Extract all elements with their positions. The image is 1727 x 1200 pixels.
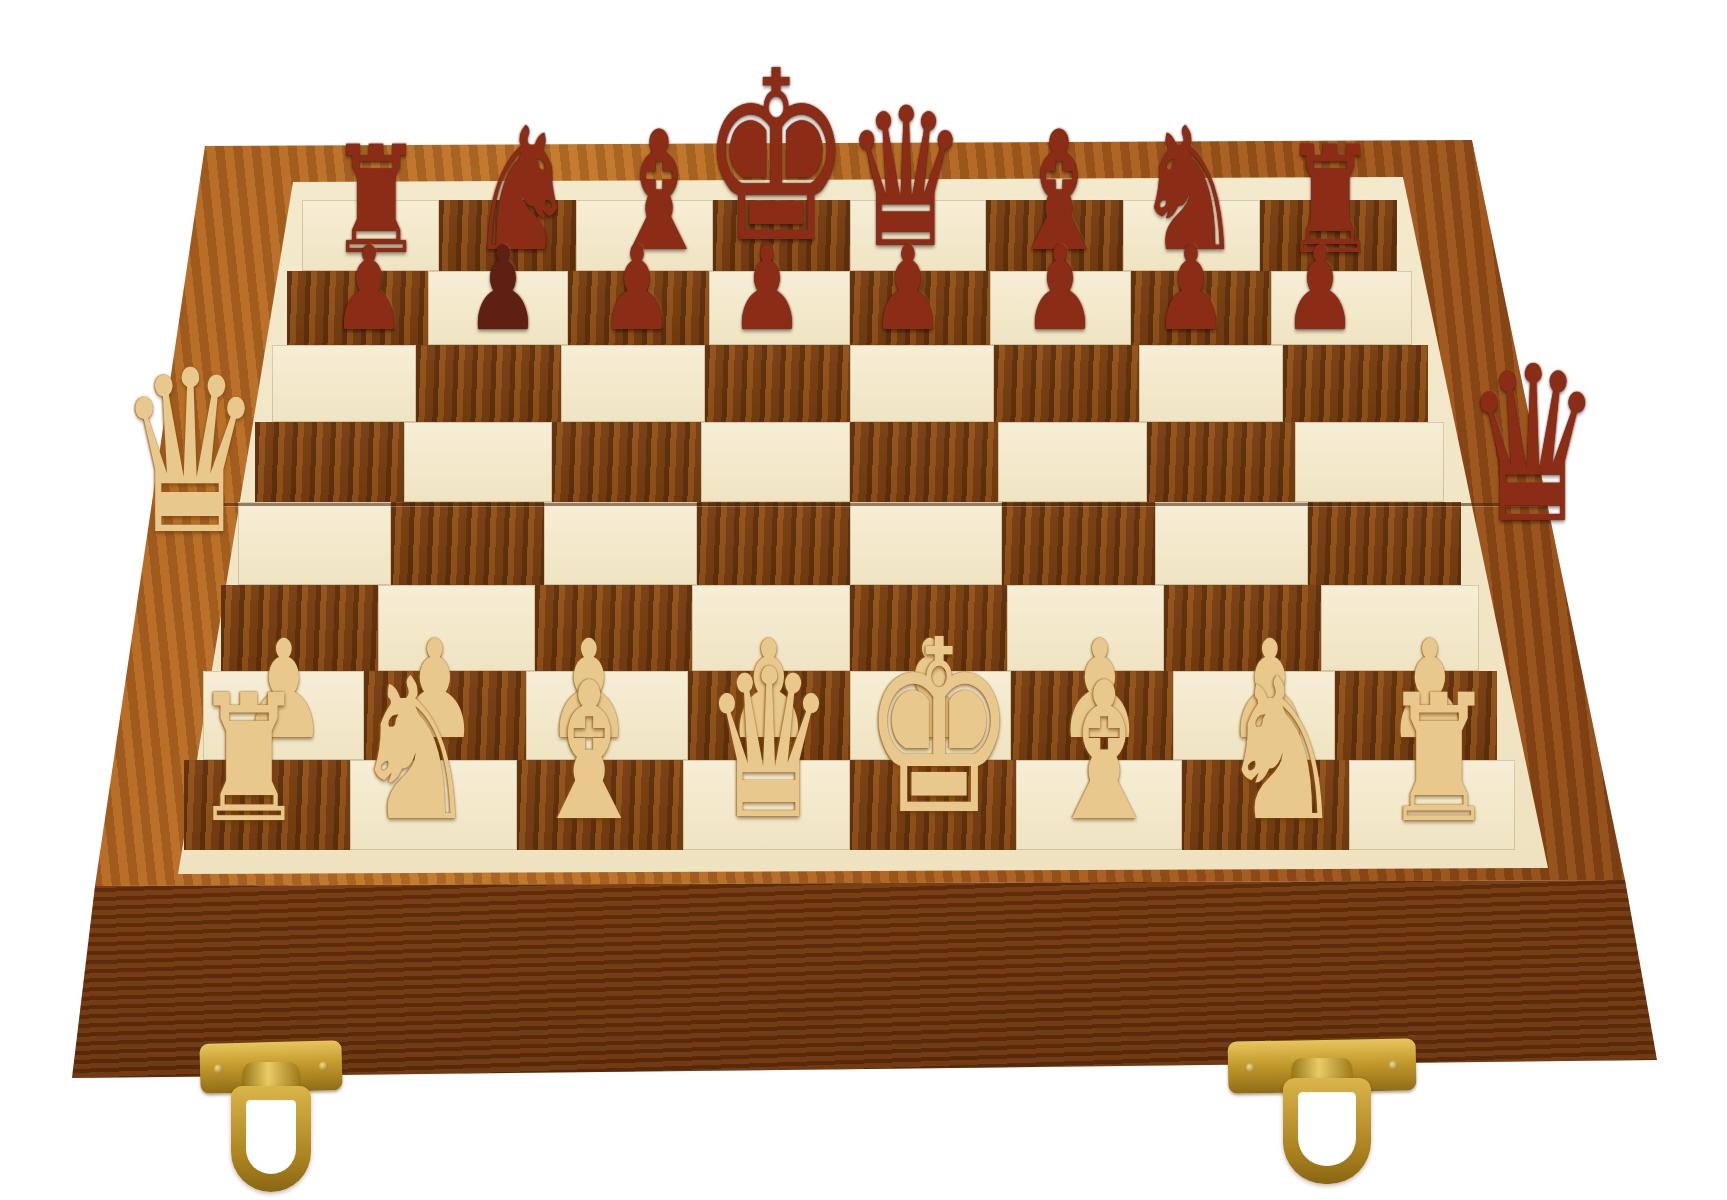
- square-b5[interactable]: [404, 422, 553, 502]
- piece-black-pawn-f7[interactable]: ♟: [1023, 231, 1098, 347]
- piece-black-pawn-a7[interactable]: ♟: [332, 231, 407, 347]
- square-g4[interactable]: [1155, 502, 1308, 585]
- square-e1[interactable]: ♚: [850, 760, 1016, 850]
- square-e6[interactable]: [850, 345, 995, 422]
- piece-white-rook-h1[interactable]: ♜: [1382, 672, 1496, 848]
- square-a7[interactable]: ♟: [287, 271, 428, 345]
- square-b6[interactable]: [416, 345, 561, 422]
- board-rank-6: [272, 345, 1428, 422]
- square-h6[interactable]: [1283, 345, 1428, 422]
- square-a1[interactable]: ♜: [184, 760, 350, 850]
- square-c1[interactable]: ♝: [517, 760, 683, 850]
- piece-white-bishop-c1[interactable]: ♝: [528, 658, 651, 848]
- board-rank-1: ♜♞♝♛♚♝♞♜: [184, 760, 1515, 850]
- piece-black-pawn-d7[interactable]: ♟: [730, 231, 805, 347]
- square-d5[interactable]: [701, 422, 850, 502]
- spare-black-queen-right-rail[interactable]: ♛: [1464, 338, 1603, 553]
- square-b1[interactable]: ♞: [350, 760, 516, 850]
- square-f6[interactable]: [994, 345, 1139, 422]
- square-f4[interactable]: [1002, 502, 1155, 585]
- square-a5[interactable]: [255, 422, 404, 502]
- piece-black-pawn-h7[interactable]: ♟: [1282, 231, 1357, 347]
- square-f1[interactable]: ♝: [1016, 760, 1182, 850]
- square-f7[interactable]: ♟: [990, 271, 1131, 345]
- square-h1[interactable]: ♜: [1349, 760, 1515, 850]
- screw-icon: [319, 1062, 328, 1071]
- square-c6[interactable]: [561, 345, 706, 422]
- screw-icon: [1389, 1061, 1398, 1070]
- square-f5[interactable]: [998, 422, 1147, 502]
- latch-loop[interactable]: [231, 1086, 311, 1192]
- fold-seam: [156, 503, 1543, 506]
- square-g5[interactable]: [1147, 422, 1296, 502]
- piece-white-knight-g1[interactable]: ♞: [1219, 652, 1346, 848]
- piece-black-pawn-b7[interactable]: ♟: [465, 231, 540, 347]
- piece-white-rook-a1[interactable]: ♜: [192, 672, 306, 848]
- piece-white-queen-d1[interactable]: ♛: [703, 642, 836, 848]
- square-c7[interactable]: ♟: [568, 271, 709, 345]
- square-c4[interactable]: [544, 502, 697, 585]
- piece-black-pawn-e7[interactable]: ♟: [870, 231, 945, 347]
- square-d4[interactable]: [697, 502, 850, 585]
- square-a6[interactable]: [272, 345, 417, 422]
- square-h7[interactable]: ♟: [1271, 271, 1412, 345]
- piece-black-pawn-g7[interactable]: ♟: [1154, 231, 1229, 347]
- square-e7[interactable]: ♟: [850, 271, 991, 345]
- spare-white-queen-left-rail[interactable]: ♛: [117, 341, 262, 566]
- piece-black-pawn-c7[interactable]: ♟: [599, 231, 674, 347]
- square-b7[interactable]: ♟: [428, 271, 569, 345]
- square-e5[interactable]: [850, 422, 999, 502]
- board-rank-7: ♟♟♟♟♟♟♟♟: [287, 271, 1412, 345]
- square-d6[interactable]: [705, 345, 850, 422]
- square-d7[interactable]: ♟: [709, 271, 850, 345]
- chess-set-photo: ♜♞♝♚♛♝♞♜♟♟♟♟♟♟♟♟♟♟♟♟♟♟♟♟♜♞♝♛♚♝♞♜ ♛♛: [0, 0, 1727, 1200]
- board-rank-4: [238, 502, 1461, 585]
- square-d1[interactable]: ♛: [683, 760, 849, 850]
- square-e4[interactable]: [850, 502, 1003, 585]
- board-rank-5: [255, 422, 1444, 502]
- square-g1[interactable]: ♞: [1182, 760, 1348, 850]
- screw-icon: [214, 1064, 223, 1073]
- square-b4[interactable]: [391, 502, 544, 585]
- square-g6[interactable]: [1139, 345, 1284, 422]
- piece-white-knight-b1[interactable]: ♞: [351, 652, 478, 848]
- square-h5[interactable]: [1295, 422, 1444, 502]
- screw-icon: [1246, 1063, 1255, 1072]
- square-c5[interactable]: [552, 422, 701, 502]
- piece-white-bishop-f1[interactable]: ♝: [1043, 658, 1166, 848]
- square-h4[interactable]: [1308, 502, 1461, 585]
- piece-white-king-e1[interactable]: ♚: [861, 608, 1016, 848]
- latch-loop[interactable]: [1283, 1078, 1371, 1184]
- square-g7[interactable]: ♟: [1131, 271, 1272, 345]
